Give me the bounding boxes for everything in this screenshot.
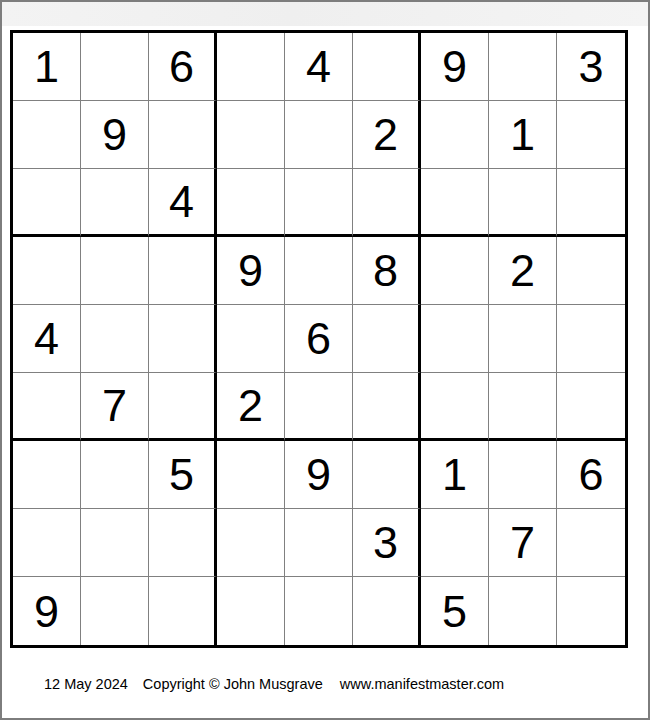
cell-r3c8[interactable] <box>489 169 557 237</box>
cell-r8c6[interactable]: 3 <box>353 509 421 577</box>
cell-r1c7[interactable]: 9 <box>421 33 489 101</box>
cell-r9c5[interactable] <box>285 577 353 645</box>
cell-r3c1[interactable] <box>13 169 81 237</box>
cell-r8c8[interactable]: 7 <box>489 509 557 577</box>
cell-r1c3[interactable]: 6 <box>149 33 217 101</box>
cell-r4c1[interactable] <box>13 237 81 305</box>
cell-r2c3[interactable] <box>149 101 217 169</box>
cell-r7c8[interactable] <box>489 441 557 509</box>
cell-r4c7[interactable] <box>421 237 489 305</box>
cell-r6c2[interactable]: 7 <box>81 373 149 441</box>
cell-r6c6[interactable] <box>353 373 421 441</box>
cell-r7c6[interactable] <box>353 441 421 509</box>
cell-r8c7[interactable] <box>421 509 489 577</box>
cell-r9c4[interactable] <box>217 577 285 645</box>
cell-r8c9[interactable] <box>557 509 625 577</box>
cell-r6c1[interactable] <box>13 373 81 441</box>
cell-r7c4[interactable] <box>217 441 285 509</box>
cell-r6c3[interactable] <box>149 373 217 441</box>
sudoku-board: 164939214982467259163795 <box>10 30 628 648</box>
cell-r5c4[interactable] <box>217 305 285 373</box>
cell-r2c9[interactable] <box>557 101 625 169</box>
cell-r1c5[interactable]: 4 <box>285 33 353 101</box>
cell-r4c2[interactable] <box>81 237 149 305</box>
cell-r4c4[interactable]: 9 <box>217 237 285 305</box>
cell-r7c2[interactable] <box>81 441 149 509</box>
cell-r1c8[interactable] <box>489 33 557 101</box>
cell-r6c5[interactable] <box>285 373 353 441</box>
cell-r9c2[interactable] <box>81 577 149 645</box>
cell-r5c6[interactable] <box>353 305 421 373</box>
cell-r2c7[interactable] <box>421 101 489 169</box>
puzzle-page: 164939214982467259163795 12 May 2024 Cop… <box>0 0 650 720</box>
cell-r6c7[interactable] <box>421 373 489 441</box>
cell-r3c7[interactable] <box>421 169 489 237</box>
cell-r4c5[interactable] <box>285 237 353 305</box>
cell-r4c8[interactable]: 2 <box>489 237 557 305</box>
footer-copyright: Copyright © John Musgrave <box>143 676 323 692</box>
cell-r1c9[interactable]: 3 <box>557 33 625 101</box>
cell-r9c8[interactable] <box>489 577 557 645</box>
cell-r6c9[interactable] <box>557 373 625 441</box>
cell-r6c4[interactable]: 2 <box>217 373 285 441</box>
cell-r4c6[interactable]: 8 <box>353 237 421 305</box>
cell-r3c3[interactable]: 4 <box>149 169 217 237</box>
cell-r8c5[interactable] <box>285 509 353 577</box>
cell-r1c2[interactable] <box>81 33 149 101</box>
cell-r6c8[interactable] <box>489 373 557 441</box>
cell-r7c3[interactable]: 5 <box>149 441 217 509</box>
cell-r3c2[interactable] <box>81 169 149 237</box>
cell-r7c9[interactable]: 6 <box>557 441 625 509</box>
cell-r2c2[interactable]: 9 <box>81 101 149 169</box>
cell-r9c6[interactable] <box>353 577 421 645</box>
footer: 12 May 2024 Copyright © John Musgrave ww… <box>44 676 504 692</box>
cell-r3c5[interactable] <box>285 169 353 237</box>
cell-r3c4[interactable] <box>217 169 285 237</box>
cell-r2c1[interactable] <box>13 101 81 169</box>
cell-r8c3[interactable] <box>149 509 217 577</box>
cell-r2c8[interactable]: 1 <box>489 101 557 169</box>
cell-r7c7[interactable]: 1 <box>421 441 489 509</box>
cell-r1c6[interactable] <box>353 33 421 101</box>
cell-r3c6[interactable] <box>353 169 421 237</box>
cell-r5c9[interactable] <box>557 305 625 373</box>
cell-r9c9[interactable] <box>557 577 625 645</box>
cell-r5c7[interactable] <box>421 305 489 373</box>
page-header-band <box>2 2 648 26</box>
cell-r1c1[interactable]: 1 <box>13 33 81 101</box>
cell-r1c4[interactable] <box>217 33 285 101</box>
cell-r8c4[interactable] <box>217 509 285 577</box>
cell-r5c3[interactable] <box>149 305 217 373</box>
cell-r9c7[interactable]: 5 <box>421 577 489 645</box>
cell-r5c5[interactable]: 6 <box>285 305 353 373</box>
cell-r7c5[interactable]: 9 <box>285 441 353 509</box>
cell-r2c4[interactable] <box>217 101 285 169</box>
cell-r4c3[interactable] <box>149 237 217 305</box>
cell-r5c2[interactable] <box>81 305 149 373</box>
cell-r4c9[interactable] <box>557 237 625 305</box>
cell-r7c1[interactable] <box>13 441 81 509</box>
cell-r2c6[interactable]: 2 <box>353 101 421 169</box>
cell-r8c2[interactable] <box>81 509 149 577</box>
footer-website: www.manifestmaster.com <box>340 676 504 692</box>
cell-r9c1[interactable]: 9 <box>13 577 81 645</box>
cell-r3c9[interactable] <box>557 169 625 237</box>
cell-r8c1[interactable] <box>13 509 81 577</box>
footer-date: 12 May 2024 <box>44 676 128 692</box>
cell-r9c3[interactable] <box>149 577 217 645</box>
cell-r5c1[interactable]: 4 <box>13 305 81 373</box>
cell-r5c8[interactable] <box>489 305 557 373</box>
cell-r2c5[interactable] <box>285 101 353 169</box>
